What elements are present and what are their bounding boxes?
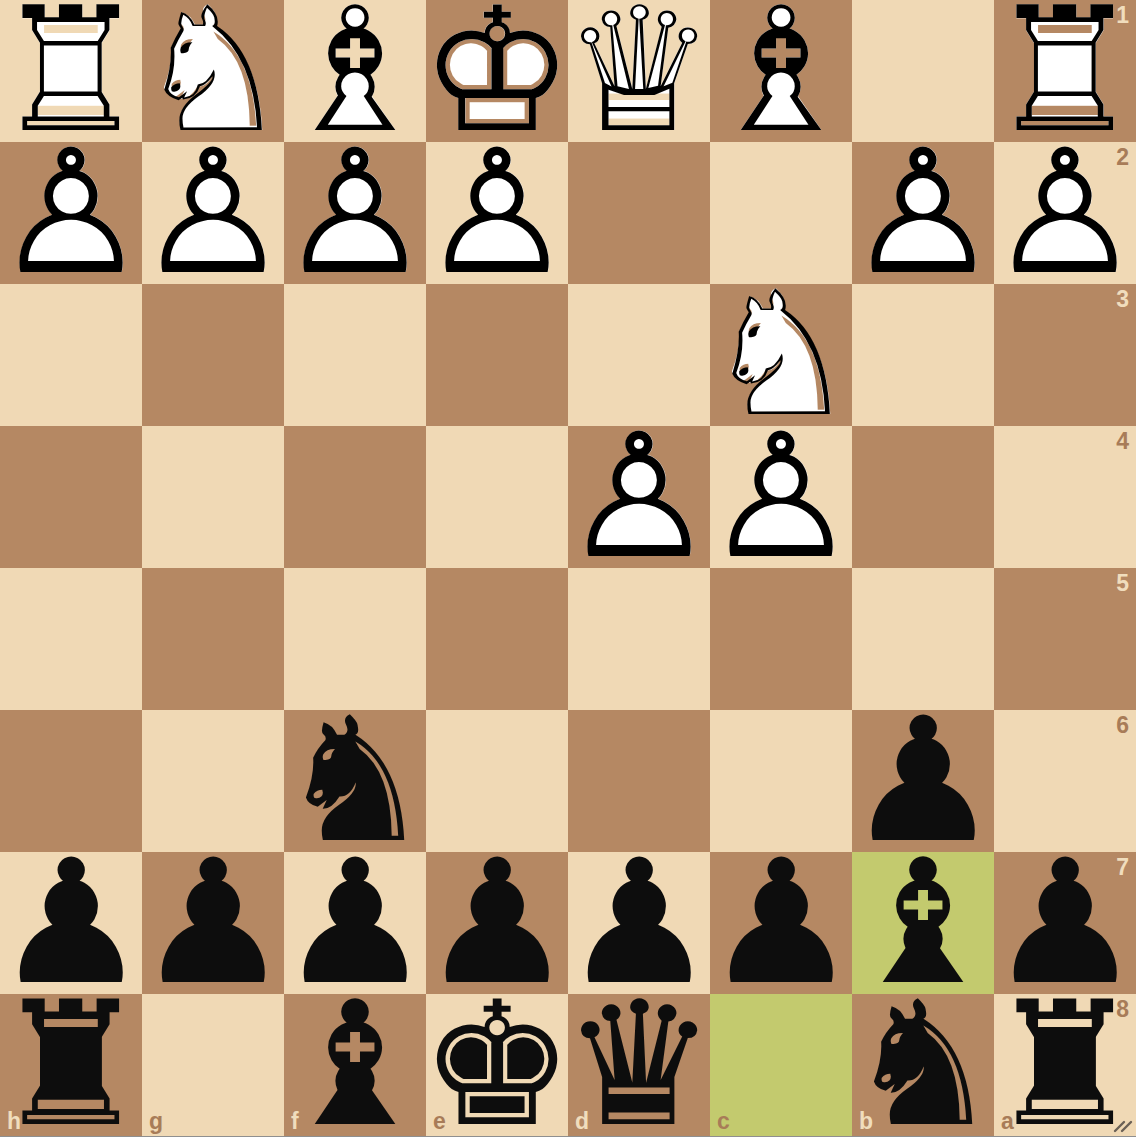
square-f5[interactable] — [284, 568, 426, 710]
square-c2[interactable] — [710, 142, 852, 284]
rank-label-3: 3 — [1116, 288, 1129, 311]
black-knight[interactable]: ♞ — [284, 710, 426, 852]
square-b6[interactable]: ♟ — [852, 710, 994, 852]
piece-glyph-outline: ♙ — [994, 142, 1136, 284]
square-d3[interactable] — [568, 284, 710, 426]
square-h8[interactable]: ♜h — [0, 994, 142, 1136]
square-g4[interactable] — [142, 426, 284, 568]
file-label-g: g — [149, 1110, 163, 1133]
piece-glyph-fill: ♟ — [426, 852, 568, 994]
black-pawn[interactable]: ♟ — [0, 852, 142, 994]
square-c7[interactable]: ♟ — [710, 852, 852, 994]
piece-glyph-fill: ♟ — [142, 852, 284, 994]
square-b2[interactable]: ♟♙ — [852, 142, 994, 284]
piece-glyph-fill: ♟ — [710, 426, 852, 568]
square-g5[interactable] — [142, 568, 284, 710]
black-king[interactable]: ♚ — [426, 994, 568, 1136]
piece-glyph-outline: ♙ — [852, 142, 994, 284]
square-e4[interactable] — [426, 426, 568, 568]
piece-glyph-fill: ♟ — [852, 142, 994, 284]
piece-glyph-fill: ♟ — [284, 852, 426, 994]
square-e5[interactable] — [426, 568, 568, 710]
black-queen[interactable]: ♛ — [568, 994, 710, 1136]
black-bishop[interactable]: ♝ — [284, 994, 426, 1136]
white-pawn[interactable]: ♟♙ — [142, 142, 284, 284]
square-e7[interactable]: ♟ — [426, 852, 568, 994]
square-b8[interactable]: ♞b — [852, 994, 994, 1136]
square-a6[interactable]: 6 — [994, 710, 1136, 852]
square-g8[interactable]: g — [142, 994, 284, 1136]
piece-glyph-fill: ♚ — [426, 0, 568, 142]
white-king[interactable]: ♚♔ — [426, 0, 568, 142]
square-d7[interactable]: ♟ — [568, 852, 710, 994]
rank-label-4: 4 — [1116, 430, 1129, 453]
square-c3[interactable]: ♞♘ — [710, 284, 852, 426]
piece-glyph-fill: ♟ — [710, 852, 852, 994]
file-label-c: c — [717, 1110, 730, 1133]
black-pawn[interactable]: ♟ — [284, 852, 426, 994]
square-e8[interactable]: ♚e — [426, 994, 568, 1136]
piece-glyph-outline: ♗ — [710, 0, 852, 142]
black-knight[interactable]: ♞ — [852, 994, 994, 1136]
piece-glyph-fill: ♟ — [0, 852, 142, 994]
square-d2[interactable] — [568, 142, 710, 284]
piece-glyph-outline: ♙ — [284, 142, 426, 284]
black-pawn[interactable]: ♟ — [994, 852, 1136, 994]
piece-glyph-outline: ♙ — [142, 142, 284, 284]
square-d1[interactable]: ♛♕ — [568, 0, 710, 142]
square-a8[interactable]: ♜8a — [994, 994, 1136, 1136]
black-rook[interactable]: ♜ — [0, 994, 142, 1136]
piece-glyph-fill: ♞ — [142, 0, 284, 142]
piece-glyph-outline: ♙ — [426, 142, 568, 284]
square-c6[interactable] — [710, 710, 852, 852]
black-pawn[interactable]: ♟ — [426, 852, 568, 994]
black-pawn[interactable]: ♟ — [142, 852, 284, 994]
piece-glyph-fill: ♛ — [568, 994, 710, 1136]
square-b3[interactable] — [852, 284, 994, 426]
square-a7[interactable]: ♟7 — [994, 852, 1136, 994]
piece-glyph-outline: ♙ — [710, 426, 852, 568]
chess-board[interactable]: ♜♖♞♘♝♗♚♔♛♕♝♗♜♖1♟♙♟♙♟♙♟♙♟♙♟♙2♞♘3♟♙♟♙45♞♟6… — [0, 0, 1136, 1136]
square-d8[interactable]: ♛d — [568, 994, 710, 1136]
square-f8[interactable]: ♝f — [284, 994, 426, 1136]
square-b4[interactable] — [852, 426, 994, 568]
square-a4[interactable]: 4 — [994, 426, 1136, 568]
piece-glyph-fill: ♞ — [710, 284, 852, 426]
square-e2[interactable]: ♟♙ — [426, 142, 568, 284]
piece-glyph-outline: ♗ — [284, 0, 426, 142]
black-pawn[interactable]: ♟ — [852, 710, 994, 852]
square-c1[interactable]: ♝♗ — [710, 0, 852, 142]
white-pawn[interactable]: ♟♙ — [994, 142, 1136, 284]
piece-glyph-fill: ♝ — [852, 852, 994, 994]
piece-glyph-outline: ♖ — [994, 0, 1136, 142]
white-pawn[interactable]: ♟♙ — [0, 142, 142, 284]
square-h2[interactable]: ♟♙ — [0, 142, 142, 284]
piece-glyph-fill: ♟ — [0, 142, 142, 284]
square-h3[interactable] — [0, 284, 142, 426]
piece-glyph-fill: ♜ — [994, 0, 1136, 142]
black-pawn[interactable]: ♟ — [710, 852, 852, 994]
white-queen[interactable]: ♛♕ — [568, 0, 710, 142]
white-bishop[interactable]: ♝♗ — [284, 0, 426, 142]
square-b5[interactable] — [852, 568, 994, 710]
square-d6[interactable] — [568, 710, 710, 852]
square-e6[interactable] — [426, 710, 568, 852]
square-f2[interactable]: ♟♙ — [284, 142, 426, 284]
piece-glyph-fill: ♟ — [426, 142, 568, 284]
piece-glyph-fill: ♝ — [710, 0, 852, 142]
white-pawn[interactable]: ♟♙ — [426, 142, 568, 284]
piece-glyph-fill: ♝ — [284, 0, 426, 142]
square-a3[interactable]: 3 — [994, 284, 1136, 426]
square-f7[interactable]: ♟ — [284, 852, 426, 994]
white-pawn[interactable]: ♟♙ — [710, 426, 852, 568]
square-d5[interactable] — [568, 568, 710, 710]
square-f1[interactable]: ♝♗ — [284, 0, 426, 142]
square-g6[interactable] — [142, 710, 284, 852]
square-h4[interactable] — [0, 426, 142, 568]
white-knight[interactable]: ♞♘ — [142, 0, 284, 142]
piece-glyph-outline: ♕ — [568, 0, 710, 142]
square-b7[interactable]: ♝ — [852, 852, 994, 994]
square-h7[interactable]: ♟ — [0, 852, 142, 994]
piece-glyph-fill: ♞ — [852, 994, 994, 1136]
piece-glyph-outline: ♙ — [0, 142, 142, 284]
square-f6[interactable]: ♞ — [284, 710, 426, 852]
piece-glyph-fill: ♟ — [142, 142, 284, 284]
square-g3[interactable] — [142, 284, 284, 426]
piece-glyph-fill: ♟ — [284, 142, 426, 284]
rank-label-6: 6 — [1116, 714, 1129, 737]
square-a5[interactable]: 5 — [994, 568, 1136, 710]
piece-glyph-fill: ♚ — [426, 994, 568, 1136]
white-bishop[interactable]: ♝♗ — [710, 0, 852, 142]
square-c8[interactable]: c — [710, 994, 852, 1136]
piece-glyph-outline: ♘ — [710, 284, 852, 426]
piece-glyph-fill: ♟ — [568, 426, 710, 568]
piece-glyph-fill: ♛ — [568, 0, 710, 142]
piece-glyph-fill: ♞ — [284, 710, 426, 852]
rank-label-5: 5 — [1116, 572, 1129, 595]
square-g1[interactable]: ♞♘ — [142, 0, 284, 142]
square-b1[interactable] — [852, 0, 994, 142]
square-h5[interactable] — [0, 568, 142, 710]
chess-app-page: ♜♖♞♘♝♗♚♔♛♕♝♗♜♖1♟♙♟♙♟♙♟♙♟♙♟♙2♞♘3♟♙♟♙45♞♟6… — [0, 0, 1136, 1138]
piece-glyph-fill: ♟ — [852, 710, 994, 852]
square-f4[interactable] — [284, 426, 426, 568]
square-c4[interactable]: ♟♙ — [710, 426, 852, 568]
piece-glyph-fill: ♟ — [994, 852, 1136, 994]
square-d4[interactable]: ♟♙ — [568, 426, 710, 568]
white-pawn[interactable]: ♟♙ — [568, 426, 710, 568]
square-h1[interactable]: ♜♖ — [0, 0, 142, 142]
piece-glyph-fill: ♜ — [0, 0, 142, 142]
white-pawn[interactable]: ♟♙ — [284, 142, 426, 284]
piece-glyph-outline: ♔ — [426, 0, 568, 142]
square-g2[interactable]: ♟♙ — [142, 142, 284, 284]
piece-glyph-fill: ♟ — [568, 852, 710, 994]
piece-glyph-fill: ♟ — [994, 142, 1136, 284]
square-e3[interactable] — [426, 284, 568, 426]
white-pawn[interactable]: ♟♙ — [852, 142, 994, 284]
square-h6[interactable] — [0, 710, 142, 852]
piece-glyph-fill: ♝ — [284, 994, 426, 1136]
square-f3[interactable] — [284, 284, 426, 426]
square-c5[interactable] — [710, 568, 852, 710]
square-e1[interactable]: ♚♔ — [426, 0, 568, 142]
white-rook[interactable]: ♜♖ — [0, 0, 142, 142]
piece-glyph-outline: ♘ — [142, 0, 284, 142]
piece-glyph-outline: ♙ — [568, 426, 710, 568]
square-a2[interactable]: ♟♙2 — [994, 142, 1136, 284]
black-pawn[interactable]: ♟ — [568, 852, 710, 994]
black-bishop[interactable]: ♝ — [852, 852, 994, 994]
square-g7[interactable]: ♟ — [142, 852, 284, 994]
square-a1[interactable]: ♜♖1 — [994, 0, 1136, 142]
board-resize-handle-icon[interactable] — [1113, 1113, 1133, 1133]
piece-glyph-fill: ♜ — [0, 994, 142, 1136]
white-knight[interactable]: ♞♘ — [710, 284, 852, 426]
white-rook[interactable]: ♜♖ — [994, 0, 1136, 142]
piece-glyph-outline: ♖ — [0, 0, 142, 142]
